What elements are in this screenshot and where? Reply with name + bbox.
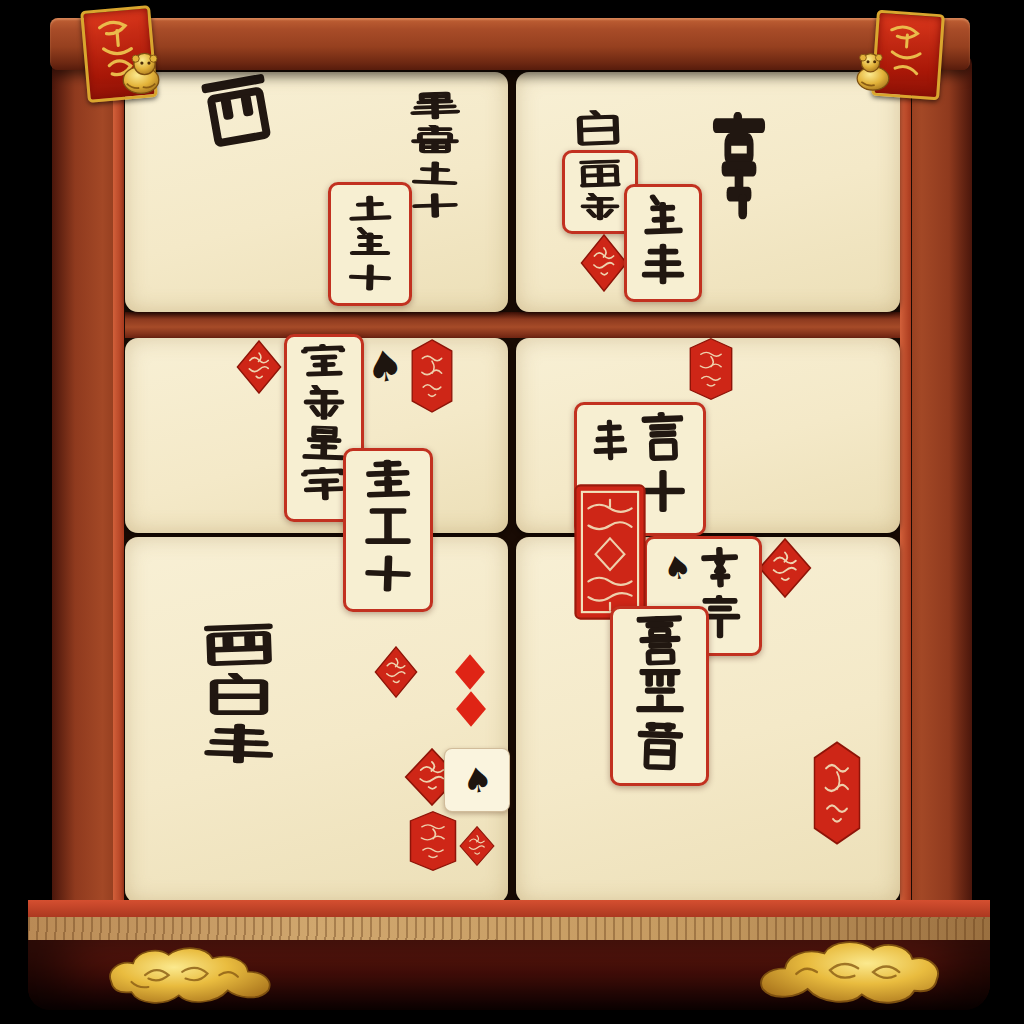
ornate-diamond-seal (758, 538, 812, 598)
ornate-diamond-seal (236, 340, 282, 394)
mini-card-e-label (361, 458, 415, 595)
solid-diamond-icon (454, 690, 488, 728)
tray-front-lip (28, 900, 990, 917)
mini-card-h[interactable] (610, 606, 709, 786)
mini-card-c[interactable] (624, 184, 702, 302)
ornate-diamond-seal (459, 826, 495, 866)
gold-flourish-left (96, 938, 292, 1014)
tray-right-lip (900, 60, 911, 903)
mini-card-e[interactable] (343, 448, 433, 612)
solid-diamond-icon (453, 653, 487, 691)
gold-lion-figurine-right (848, 48, 898, 94)
tray-left-lip (113, 60, 124, 903)
calligraphy-column-2 (200, 624, 278, 765)
tray-top-rail (50, 18, 970, 70)
glyph-above-mini-card (570, 110, 626, 146)
gold-lion-figurine-left (114, 48, 168, 96)
calligraphy-column-1 (408, 92, 462, 220)
carved-stamp-seal (574, 484, 646, 620)
mini-card-f-left-label (591, 418, 629, 462)
spade-icon: ♠ (660, 549, 695, 586)
ornate-diamond-seal (580, 234, 628, 292)
ornate-hexagon-seal (812, 741, 862, 845)
ornate-hexagon-seal (688, 338, 734, 400)
spade-icon: ♠ (364, 342, 406, 393)
gold-flourish-right (742, 930, 948, 1016)
mini-spade-card[interactable]: ♠ (444, 748, 510, 812)
mini-card-c-label (639, 194, 687, 286)
spade-icon: ♠ (460, 759, 494, 800)
ornate-diamond-seal (374, 646, 418, 698)
ornate-hexagon-seal (410, 339, 454, 413)
mini-card-a[interactable] (328, 182, 412, 306)
calligraphy-large-west (197, 71, 278, 152)
mini-card-b-label (577, 160, 623, 222)
mini-card-d-label (300, 344, 348, 504)
calligraphy-large-heng (706, 111, 772, 227)
row-divider-wood-strip (125, 312, 900, 338)
mini-card-h-label (633, 616, 687, 771)
ornate-hexagon-seal (408, 811, 458, 871)
game-illustration: ♠ ♠ ♠ (0, 0, 1024, 1024)
mini-card-a-label (345, 192, 395, 293)
